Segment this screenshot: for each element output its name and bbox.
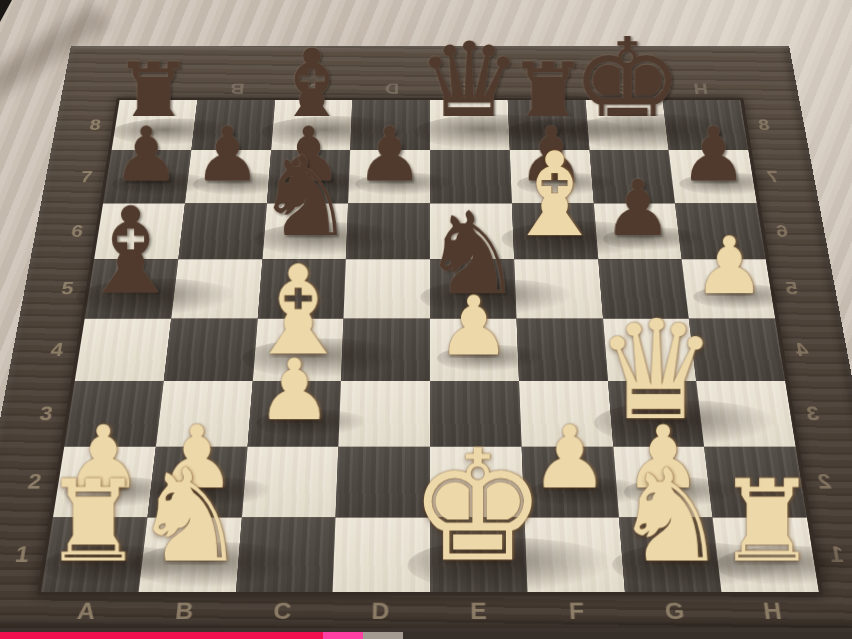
file-label-bottom-b: B: [154, 596, 217, 627]
file-label-bottom-c: C: [252, 596, 313, 627]
bottom-letterbox: [0, 628, 852, 639]
board-3d-frame: ABCDEFGHABCDEFGH8765432187654321♜♝♛♜♚♟♟♟…: [0, 46, 852, 630]
white-king-glyph: ♚: [409, 429, 547, 583]
rank-label-right-4: 4: [773, 337, 830, 362]
file-label-bottom-d: D: [351, 596, 411, 627]
piece-white-king-e1[interactable]: ♚: [395, 384, 560, 564]
piece-black-bishop-a5[interactable]: ♝: [57, 137, 204, 297]
board-perspective-scene: ABCDEFGHABCDEFGH8765432187654321♜♝♛♜♚♟♟♟…: [0, 0, 852, 639]
piece-white-rook-h1[interactable]: ♜: [684, 384, 849, 564]
progress-segment-buffered: [363, 632, 403, 639]
black-bishop-glyph: ♝: [77, 192, 184, 311]
video-progress-bar[interactable]: [0, 632, 852, 639]
progress-segment-remaining: [403, 632, 852, 639]
progress-segment-scrubber-glow: [323, 632, 363, 639]
file-label-bottom-h: H: [741, 596, 805, 627]
progress-segment-elapsed: [0, 632, 323, 639]
file-label-bottom-a: A: [55, 596, 119, 627]
file-label-bottom-e: E: [449, 596, 509, 627]
piece-white-knight-b1[interactable]: ♞: [107, 384, 272, 564]
white-knight-glyph: ♞: [132, 451, 247, 580]
file-label-bottom-g: G: [644, 596, 707, 627]
white-rook-glyph: ♜: [716, 465, 817, 578]
file-label-bottom-f: F: [546, 596, 607, 627]
